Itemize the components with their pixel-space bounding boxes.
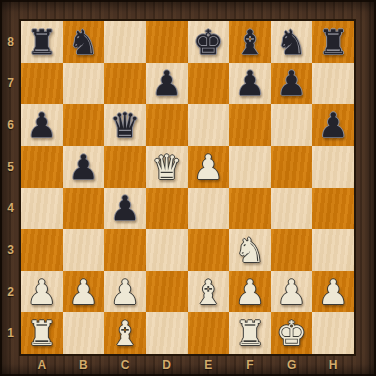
square-f2[interactable]: ♟ [229, 271, 271, 313]
rank-label: 8 [0, 21, 21, 63]
square-d3[interactable] [146, 229, 188, 271]
piece-black-knight[interactable]: ♞ [276, 25, 306, 59]
square-e2[interactable]: ♝ [188, 271, 230, 313]
rank-label: 2 [0, 271, 21, 313]
piece-white-pawn[interactable]: ♟ [68, 275, 98, 309]
file-label: H [312, 354, 354, 376]
square-h1[interactable] [312, 312, 354, 354]
square-e1[interactable] [188, 312, 230, 354]
square-e4[interactable] [188, 188, 230, 230]
piece-white-pawn[interactable]: ♟ [27, 275, 57, 309]
file-label: B [63, 354, 105, 376]
square-h4[interactable] [312, 188, 354, 230]
square-f3[interactable]: ♞ [229, 229, 271, 271]
rank-label: 3 [0, 229, 21, 271]
square-b2[interactable]: ♟ [63, 271, 105, 313]
square-f7[interactable]: ♟ [229, 63, 271, 105]
file-label: D [146, 354, 188, 376]
piece-black-pawn[interactable]: ♟ [235, 66, 265, 100]
square-c2[interactable]: ♟ [104, 271, 146, 313]
square-g4[interactable] [271, 188, 313, 230]
piece-white-pawn[interactable]: ♟ [318, 275, 348, 309]
piece-black-pawn[interactable]: ♟ [318, 108, 348, 142]
square-h8[interactable]: ♜ [312, 21, 354, 63]
file-label: G [271, 354, 313, 376]
square-c8[interactable] [104, 21, 146, 63]
piece-black-pawn[interactable]: ♟ [27, 108, 57, 142]
piece-white-bishop[interactable]: ♝ [193, 275, 223, 309]
file-label: F [229, 354, 271, 376]
piece-white-pawn[interactable]: ♟ [193, 150, 223, 184]
piece-black-king[interactable]: ♚ [193, 25, 223, 59]
square-a3[interactable] [21, 229, 63, 271]
square-g7[interactable]: ♟ [271, 63, 313, 105]
piece-white-pawn[interactable]: ♟ [235, 275, 265, 309]
file-label: A [21, 354, 63, 376]
board-frame: 87654321 ABCDEFGH ♜♞♚♝♞♜♟♟♟♟♛♟♟♛♟♟♞♟♟♟♝♟… [0, 0, 376, 376]
square-g8[interactable]: ♞ [271, 21, 313, 63]
piece-white-queen[interactable]: ♛ [151, 150, 181, 184]
square-b1[interactable] [63, 312, 105, 354]
square-e7[interactable] [188, 63, 230, 105]
square-d1[interactable] [146, 312, 188, 354]
square-c3[interactable] [104, 229, 146, 271]
piece-black-queen[interactable]: ♛ [110, 108, 140, 142]
square-f4[interactable] [229, 188, 271, 230]
square-a7[interactable] [21, 63, 63, 105]
square-b4[interactable] [63, 188, 105, 230]
piece-white-rook[interactable]: ♜ [27, 316, 57, 350]
square-h3[interactable] [312, 229, 354, 271]
piece-white-knight[interactable]: ♞ [235, 233, 265, 267]
square-g6[interactable] [271, 104, 313, 146]
piece-black-pawn[interactable]: ♟ [68, 150, 98, 184]
square-h7[interactable] [312, 63, 354, 105]
square-a1[interactable]: ♜ [21, 312, 63, 354]
square-h6[interactable]: ♟ [312, 104, 354, 146]
square-f6[interactable] [229, 104, 271, 146]
square-f1[interactable]: ♜ [229, 312, 271, 354]
chess-app: 87654321 ABCDEFGH ♜♞♚♝♞♜♟♟♟♟♛♟♟♛♟♟♞♟♟♟♝♟… [0, 0, 376, 376]
rank-label: 7 [0, 63, 21, 105]
square-e8[interactable]: ♚ [188, 21, 230, 63]
square-d8[interactable] [146, 21, 188, 63]
square-a2[interactable]: ♟ [21, 271, 63, 313]
square-b8[interactable]: ♞ [63, 21, 105, 63]
square-c6[interactable]: ♛ [104, 104, 146, 146]
square-d2[interactable] [146, 271, 188, 313]
square-d5[interactable]: ♛ [146, 146, 188, 188]
square-d4[interactable] [146, 188, 188, 230]
square-g5[interactable] [271, 146, 313, 188]
square-b3[interactable] [63, 229, 105, 271]
square-c7[interactable] [104, 63, 146, 105]
chess-board: ♜♞♚♝♞♜♟♟♟♟♛♟♟♛♟♟♞♟♟♟♝♟♟♟♜♝♜♚ [21, 21, 354, 354]
square-b5[interactable]: ♟ [63, 146, 105, 188]
piece-black-rook[interactable]: ♜ [318, 25, 348, 59]
square-e6[interactable] [188, 104, 230, 146]
piece-black-pawn[interactable]: ♟ [110, 191, 140, 225]
rank-label: 1 [0, 312, 21, 354]
rank-label: 5 [0, 146, 21, 188]
square-h2[interactable]: ♟ [312, 271, 354, 313]
piece-white-rook[interactable]: ♜ [235, 316, 265, 350]
piece-black-pawn[interactable]: ♟ [151, 66, 181, 100]
square-c4[interactable]: ♟ [104, 188, 146, 230]
piece-white-pawn[interactable]: ♟ [276, 275, 306, 309]
square-g3[interactable] [271, 229, 313, 271]
piece-white-king[interactable]: ♚ [276, 316, 306, 350]
piece-white-pawn[interactable]: ♟ [110, 275, 140, 309]
square-f8[interactable]: ♝ [229, 21, 271, 63]
square-a6[interactable]: ♟ [21, 104, 63, 146]
square-b7[interactable] [63, 63, 105, 105]
file-label: E [188, 354, 230, 376]
square-e5[interactable]: ♟ [188, 146, 230, 188]
square-c5[interactable] [104, 146, 146, 188]
square-h5[interactable] [312, 146, 354, 188]
rank-label: 6 [0, 104, 21, 146]
file-labels: ABCDEFGH [21, 354, 354, 376]
square-g1[interactable]: ♚ [271, 312, 313, 354]
piece-white-bishop[interactable]: ♝ [110, 316, 140, 350]
square-a4[interactable] [21, 188, 63, 230]
square-d7[interactable]: ♟ [146, 63, 188, 105]
square-e3[interactable] [188, 229, 230, 271]
rank-labels: 87654321 [0, 21, 21, 354]
square-d6[interactable] [146, 104, 188, 146]
square-b6[interactable] [63, 104, 105, 146]
file-label: C [104, 354, 146, 376]
piece-black-bishop[interactable]: ♝ [235, 25, 265, 59]
rank-label: 4 [0, 188, 21, 230]
square-g2[interactable]: ♟ [271, 271, 313, 313]
square-a8[interactable]: ♜ [21, 21, 63, 63]
square-a5[interactable] [21, 146, 63, 188]
square-f5[interactable] [229, 146, 271, 188]
piece-black-knight[interactable]: ♞ [68, 25, 98, 59]
square-c1[interactable]: ♝ [104, 312, 146, 354]
piece-black-pawn[interactable]: ♟ [276, 66, 306, 100]
piece-black-rook[interactable]: ♜ [27, 25, 57, 59]
